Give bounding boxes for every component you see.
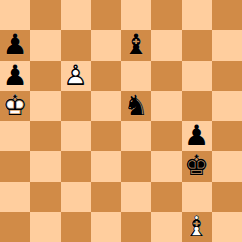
- square-g7[interactable]: [182, 30, 212, 60]
- square-h7[interactable]: [212, 30, 242, 60]
- square-b6[interactable]: [30, 61, 60, 91]
- square-b7[interactable]: [30, 30, 60, 60]
- square-d3[interactable]: [91, 151, 121, 181]
- square-g6[interactable]: [182, 61, 212, 91]
- square-c6[interactable]: ♟♙: [61, 61, 91, 91]
- square-e5[interactable]: ♞: [121, 91, 151, 121]
- black-bishop-glyph: ♝: [121, 30, 151, 60]
- square-g5[interactable]: [182, 91, 212, 121]
- square-d8[interactable]: [91, 0, 121, 30]
- square-h5[interactable]: [212, 91, 242, 121]
- square-a1[interactable]: [0, 212, 30, 242]
- square-d6[interactable]: [91, 61, 121, 91]
- square-d2[interactable]: [91, 182, 121, 212]
- square-f2[interactable]: [151, 182, 181, 212]
- square-h6[interactable]: [212, 61, 242, 91]
- square-h1[interactable]: [212, 212, 242, 242]
- square-g4[interactable]: ♟: [182, 121, 212, 151]
- square-c3[interactable]: [61, 151, 91, 181]
- black-pawn-icon[interactable]: ♟: [0, 61, 30, 91]
- square-b2[interactable]: [30, 182, 60, 212]
- square-f6[interactable]: [151, 61, 181, 91]
- square-h2[interactable]: [212, 182, 242, 212]
- square-e7[interactable]: ♝: [121, 30, 151, 60]
- black-pawn-icon[interactable]: ♟: [0, 30, 30, 60]
- square-e6[interactable]: [121, 61, 151, 91]
- square-h8[interactable]: [212, 0, 242, 30]
- square-b5[interactable]: [30, 91, 60, 121]
- square-a7[interactable]: ♟: [0, 30, 30, 60]
- white-bishop-outline: ♗: [182, 212, 212, 242]
- black-pawn-glyph: ♟: [0, 61, 30, 91]
- square-f1[interactable]: [151, 212, 181, 242]
- square-h3[interactable]: [212, 151, 242, 181]
- black-pawn-glyph: ♟: [182, 121, 212, 151]
- square-e1[interactable]: [121, 212, 151, 242]
- square-a3[interactable]: [0, 151, 30, 181]
- square-g8[interactable]: [182, 0, 212, 30]
- black-knight-icon[interactable]: ♞: [121, 91, 151, 121]
- square-g1[interactable]: ♝♗: [182, 212, 212, 242]
- square-f3[interactable]: [151, 151, 181, 181]
- square-f7[interactable]: [151, 30, 181, 60]
- square-c7[interactable]: [61, 30, 91, 60]
- white-bishop-icon[interactable]: ♝♗: [182, 212, 212, 242]
- square-f8[interactable]: [151, 0, 181, 30]
- square-a4[interactable]: [0, 121, 30, 151]
- square-d5[interactable]: [91, 91, 121, 121]
- square-e3[interactable]: [121, 151, 151, 181]
- square-d7[interactable]: [91, 30, 121, 60]
- square-a8[interactable]: [0, 0, 30, 30]
- square-b8[interactable]: [30, 0, 60, 30]
- white-pawn-icon[interactable]: ♟♙: [61, 61, 91, 91]
- white-king-icon[interactable]: ♚♔: [0, 91, 30, 121]
- square-c2[interactable]: [61, 182, 91, 212]
- square-a5[interactable]: ♚♔: [0, 91, 30, 121]
- black-pawn-icon[interactable]: ♟: [182, 121, 212, 151]
- square-d4[interactable]: [91, 121, 121, 151]
- square-b1[interactable]: [30, 212, 60, 242]
- square-h4[interactable]: [212, 121, 242, 151]
- square-e8[interactable]: [121, 0, 151, 30]
- square-b4[interactable]: [30, 121, 60, 151]
- square-c4[interactable]: [61, 121, 91, 151]
- square-b3[interactable]: [30, 151, 60, 181]
- black-bishop-icon[interactable]: ♝: [121, 30, 151, 60]
- square-c8[interactable]: [61, 0, 91, 30]
- square-g3[interactable]: ♚: [182, 151, 212, 181]
- black-king-glyph: ♚: [182, 151, 212, 181]
- square-d1[interactable]: [91, 212, 121, 242]
- square-c1[interactable]: [61, 212, 91, 242]
- square-a6[interactable]: ♟: [0, 61, 30, 91]
- square-g2[interactable]: [182, 182, 212, 212]
- black-knight-glyph: ♞: [121, 91, 151, 121]
- chess-board: ♟♝♟♟♙♚♔♞♟♚♝♗: [0, 0, 242, 242]
- white-king-outline: ♔: [0, 91, 30, 121]
- square-f4[interactable]: [151, 121, 181, 151]
- black-king-icon[interactable]: ♚: [182, 151, 212, 181]
- square-e2[interactable]: [121, 182, 151, 212]
- white-pawn-outline: ♙: [61, 61, 91, 91]
- square-f5[interactable]: [151, 91, 181, 121]
- square-e4[interactable]: [121, 121, 151, 151]
- square-a2[interactable]: [0, 182, 30, 212]
- square-c5[interactable]: [61, 91, 91, 121]
- black-pawn-glyph: ♟: [0, 30, 30, 60]
